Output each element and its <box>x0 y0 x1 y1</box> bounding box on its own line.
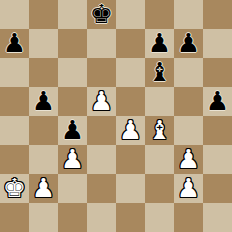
square-d2[interactable] <box>87 174 116 203</box>
square-a8[interactable] <box>0 0 29 29</box>
square-h8[interactable] <box>203 0 232 29</box>
square-h7[interactable] <box>203 29 232 58</box>
square-f6[interactable]: ♝ <box>145 58 174 87</box>
square-b1[interactable] <box>29 203 58 232</box>
square-c2[interactable] <box>58 174 87 203</box>
square-f4[interactable]: ♝ <box>145 116 174 145</box>
square-a5[interactable] <box>0 87 29 116</box>
square-c5[interactable] <box>58 87 87 116</box>
square-g5[interactable] <box>174 87 203 116</box>
black-pawn[interactable]: ♟ <box>148 29 171 58</box>
square-f1[interactable] <box>145 203 174 232</box>
square-d8[interactable]: ♚ <box>87 0 116 29</box>
square-b8[interactable] <box>29 0 58 29</box>
square-b3[interactable] <box>29 145 58 174</box>
white-pawn[interactable]: ♟ <box>61 145 84 174</box>
square-e2[interactable] <box>116 174 145 203</box>
white-pawn[interactable]: ♟ <box>119 116 142 145</box>
square-f8[interactable] <box>145 0 174 29</box>
square-h3[interactable] <box>203 145 232 174</box>
square-f2[interactable] <box>145 174 174 203</box>
square-a2[interactable]: ♚ <box>0 174 29 203</box>
square-e7[interactable] <box>116 29 145 58</box>
square-g6[interactable] <box>174 58 203 87</box>
white-pawn[interactable]: ♟ <box>90 87 113 116</box>
square-h5[interactable]: ♟ <box>203 87 232 116</box>
square-h2[interactable] <box>203 174 232 203</box>
black-pawn[interactable]: ♟ <box>32 87 55 116</box>
square-e5[interactable] <box>116 87 145 116</box>
square-b4[interactable] <box>29 116 58 145</box>
square-d6[interactable] <box>87 58 116 87</box>
square-g2[interactable]: ♟ <box>174 174 203 203</box>
square-e3[interactable] <box>116 145 145 174</box>
white-pawn[interactable]: ♟ <box>32 174 55 203</box>
square-c6[interactable] <box>58 58 87 87</box>
square-g1[interactable] <box>174 203 203 232</box>
chess-board: ♚♟♟♟♝♟♟♟♟♟♝♟♟♚♟♟ <box>0 0 232 232</box>
square-d5[interactable]: ♟ <box>87 87 116 116</box>
square-d3[interactable] <box>87 145 116 174</box>
white-bishop[interactable]: ♝ <box>148 116 171 145</box>
square-a6[interactable] <box>0 58 29 87</box>
square-h1[interactable] <box>203 203 232 232</box>
square-a7[interactable]: ♟ <box>0 29 29 58</box>
square-d1[interactable] <box>87 203 116 232</box>
square-b2[interactable]: ♟ <box>29 174 58 203</box>
black-king[interactable]: ♚ <box>90 0 113 29</box>
square-f5[interactable] <box>145 87 174 116</box>
square-a1[interactable] <box>0 203 29 232</box>
square-h4[interactable] <box>203 116 232 145</box>
square-e8[interactable] <box>116 0 145 29</box>
square-h6[interactable] <box>203 58 232 87</box>
square-g4[interactable] <box>174 116 203 145</box>
square-a4[interactable] <box>0 116 29 145</box>
square-f3[interactable] <box>145 145 174 174</box>
square-f7[interactable]: ♟ <box>145 29 174 58</box>
square-c1[interactable] <box>58 203 87 232</box>
square-g8[interactable] <box>174 0 203 29</box>
black-pawn[interactable]: ♟ <box>206 87 229 116</box>
square-d7[interactable] <box>87 29 116 58</box>
black-bishop[interactable]: ♝ <box>148 58 171 87</box>
white-king[interactable]: ♚ <box>3 174 26 203</box>
square-g3[interactable]: ♟ <box>174 145 203 174</box>
square-d4[interactable] <box>87 116 116 145</box>
square-g7[interactable]: ♟ <box>174 29 203 58</box>
square-b5[interactable]: ♟ <box>29 87 58 116</box>
square-c8[interactable] <box>58 0 87 29</box>
black-pawn[interactable]: ♟ <box>177 29 200 58</box>
white-pawn[interactable]: ♟ <box>177 145 200 174</box>
square-e4[interactable]: ♟ <box>116 116 145 145</box>
square-e1[interactable] <box>116 203 145 232</box>
square-b7[interactable] <box>29 29 58 58</box>
square-c3[interactable]: ♟ <box>58 145 87 174</box>
black-pawn[interactable]: ♟ <box>61 116 84 145</box>
white-pawn[interactable]: ♟ <box>177 174 200 203</box>
black-pawn[interactable]: ♟ <box>3 29 26 58</box>
square-b6[interactable] <box>29 58 58 87</box>
square-c4[interactable]: ♟ <box>58 116 87 145</box>
square-a3[interactable] <box>0 145 29 174</box>
square-c7[interactable] <box>58 29 87 58</box>
square-e6[interactable] <box>116 58 145 87</box>
